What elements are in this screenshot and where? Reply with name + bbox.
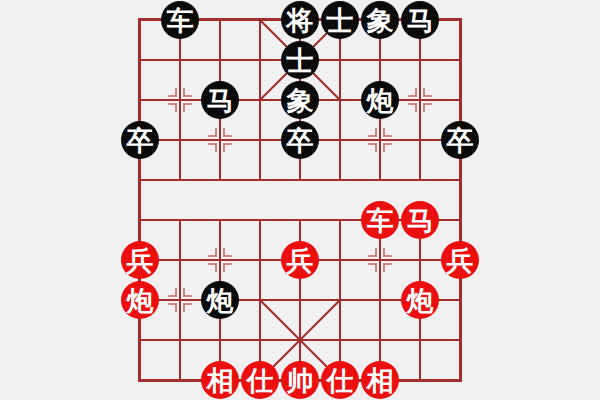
point-marker	[168, 303, 177, 312]
point-marker	[168, 288, 177, 297]
point-marker	[383, 248, 392, 257]
piece-red-advisor[interactable]: 仕	[321, 361, 359, 399]
point-marker	[408, 88, 417, 97]
piece-black-elephant[interactable]: 象	[361, 1, 399, 39]
piece-black-cannon[interactable]: 炮	[201, 281, 239, 319]
piece-red-king[interactable]: 帅	[281, 361, 319, 399]
piece-red-soldier[interactable]: 兵	[441, 241, 479, 279]
point-marker	[208, 263, 217, 272]
piece-black-advisor[interactable]: 士	[321, 1, 359, 39]
point-marker	[208, 143, 217, 152]
piece-red-chariot[interactable]: 车	[361, 201, 399, 239]
point-marker	[368, 248, 377, 257]
point-marker	[383, 263, 392, 272]
piece-red-cannon[interactable]: 炮	[121, 281, 159, 319]
piece-black-cannon[interactable]: 炮	[361, 81, 399, 119]
piece-black-general[interactable]: 将	[281, 1, 319, 39]
piece-black-soldier[interactable]: 卒	[441, 121, 479, 159]
point-marker	[223, 263, 232, 272]
piece-black-elephant[interactable]: 象	[281, 81, 319, 119]
point-marker	[168, 103, 177, 112]
piece-red-horse[interactable]: 马	[401, 201, 439, 239]
piece-red-soldier[interactable]: 兵	[281, 241, 319, 279]
xiangqi-screen: 车将士象马士马象炮卒卒卒炮车马兵兵兵炮炮相仕帅仕相	[0, 0, 600, 400]
point-marker	[168, 88, 177, 97]
point-marker	[183, 288, 192, 297]
piece-red-cannon[interactable]: 炮	[401, 281, 439, 319]
piece-black-advisor[interactable]: 士	[281, 41, 319, 79]
point-marker	[223, 248, 232, 257]
point-marker	[208, 128, 217, 137]
piece-black-chariot[interactable]: 车	[161, 1, 199, 39]
piece-red-elephant[interactable]: 相	[201, 361, 239, 399]
point-marker	[368, 263, 377, 272]
xiangqi-board: 车将士象马士马象炮卒卒卒炮车马兵兵兵炮炮相仕帅仕相	[140, 20, 460, 380]
point-marker	[223, 143, 232, 152]
point-marker	[408, 103, 417, 112]
point-marker	[383, 128, 392, 137]
point-marker	[183, 88, 192, 97]
point-marker	[423, 103, 432, 112]
piece-red-elephant[interactable]: 相	[361, 361, 399, 399]
point-marker	[368, 143, 377, 152]
point-marker	[208, 248, 217, 257]
piece-red-advisor[interactable]: 仕	[241, 361, 279, 399]
piece-black-soldier[interactable]: 卒	[281, 121, 319, 159]
piece-black-horse[interactable]: 马	[401, 1, 439, 39]
piece-black-soldier[interactable]: 卒	[121, 121, 159, 159]
point-marker	[383, 143, 392, 152]
point-marker	[183, 103, 192, 112]
point-marker	[368, 128, 377, 137]
point-marker	[223, 128, 232, 137]
piece-red-soldier[interactable]: 兵	[121, 241, 159, 279]
point-marker	[423, 88, 432, 97]
point-marker	[183, 303, 192, 312]
piece-black-horse[interactable]: 马	[201, 81, 239, 119]
